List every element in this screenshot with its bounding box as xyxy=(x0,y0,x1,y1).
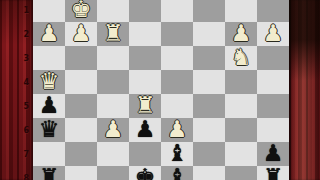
white-king[interactable]: ♚ xyxy=(71,0,92,21)
square-d7[interactable]: ♝ xyxy=(161,142,193,166)
square-h2[interactable]: ♟ xyxy=(33,22,65,46)
square-d3[interactable] xyxy=(161,46,193,70)
square-a8[interactable]: ♜ xyxy=(257,166,289,180)
square-g2[interactable]: ♟ xyxy=(65,22,97,46)
white-pawn[interactable]: ♟ xyxy=(39,21,60,45)
square-e3[interactable] xyxy=(129,46,161,70)
square-f7[interactable] xyxy=(97,142,129,166)
square-d8[interactable]: ♝ xyxy=(161,166,193,180)
square-c4[interactable] xyxy=(193,70,225,94)
square-b8[interactable] xyxy=(225,166,257,180)
square-e4[interactable] xyxy=(129,70,161,94)
square-c2[interactable] xyxy=(193,22,225,46)
white-knight[interactable]: ♞ xyxy=(231,45,252,69)
square-h5[interactable]: ♟ xyxy=(33,94,65,118)
square-g7[interactable] xyxy=(65,142,97,166)
square-e5[interactable]: ♜ xyxy=(129,94,161,118)
square-a1[interactable] xyxy=(257,0,289,22)
square-h3[interactable] xyxy=(33,46,65,70)
rank-label-6: 6 xyxy=(0,118,29,142)
square-d1[interactable] xyxy=(161,0,193,22)
rank-label-7: 7 xyxy=(0,142,29,166)
black-pawn[interactable]: ♟ xyxy=(39,93,60,117)
square-c8[interactable] xyxy=(193,166,225,180)
square-d6[interactable]: ♟ xyxy=(161,118,193,142)
square-a6[interactable] xyxy=(257,118,289,142)
square-f4[interactable] xyxy=(97,70,129,94)
square-e8[interactable]: ♚ xyxy=(129,166,161,180)
rank-label-2: 2 xyxy=(0,22,29,46)
square-g3[interactable] xyxy=(65,46,97,70)
white-pawn[interactable]: ♟ xyxy=(103,117,124,141)
square-b3[interactable]: ♞ xyxy=(225,46,257,70)
black-pawn[interactable]: ♟ xyxy=(135,117,156,141)
square-h7[interactable] xyxy=(33,142,65,166)
square-b2[interactable]: ♟ xyxy=(225,22,257,46)
square-e7[interactable] xyxy=(129,142,161,166)
square-d5[interactable] xyxy=(161,94,193,118)
square-d4[interactable] xyxy=(161,70,193,94)
square-f2[interactable]: ♜ xyxy=(97,22,129,46)
rank-label-5: 5 xyxy=(0,94,29,118)
white-pawn[interactable]: ♟ xyxy=(167,117,188,141)
square-b4[interactable] xyxy=(225,70,257,94)
square-g4[interactable] xyxy=(65,70,97,94)
black-queen[interactable]: ♛ xyxy=(39,117,60,141)
rank-label-8: 8 xyxy=(0,166,29,180)
black-bishop[interactable]: ♝ xyxy=(167,141,188,165)
square-b7[interactable] xyxy=(225,142,257,166)
square-g8[interactable] xyxy=(65,166,97,180)
white-queen[interactable]: ♛ xyxy=(39,69,60,93)
chess-board[interactable]: ♚♟♟♜♟♟♞♛♟♜♛♟♟♟♝♟♜♚♝♜ xyxy=(33,0,289,180)
square-b1[interactable] xyxy=(225,0,257,22)
square-c6[interactable] xyxy=(193,118,225,142)
black-rook[interactable]: ♜ xyxy=(39,165,60,180)
rank-label-3: 3 xyxy=(0,46,29,70)
square-f5[interactable] xyxy=(97,94,129,118)
white-rook[interactable]: ♜ xyxy=(103,21,124,45)
square-h8[interactable]: ♜ xyxy=(33,166,65,180)
square-h1[interactable] xyxy=(33,0,65,22)
white-pawn[interactable]: ♟ xyxy=(231,21,252,45)
square-f3[interactable] xyxy=(97,46,129,70)
white-pawn[interactable]: ♟ xyxy=(263,21,284,45)
square-f1[interactable] xyxy=(97,0,129,22)
square-c1[interactable] xyxy=(193,0,225,22)
black-rook[interactable]: ♜ xyxy=(263,165,284,180)
square-h4[interactable]: ♛ xyxy=(33,70,65,94)
square-a2[interactable]: ♟ xyxy=(257,22,289,46)
square-f8[interactable] xyxy=(97,166,129,180)
black-pawn[interactable]: ♟ xyxy=(263,141,284,165)
square-g1[interactable]: ♚ xyxy=(65,0,97,22)
square-d2[interactable] xyxy=(161,22,193,46)
square-e6[interactable]: ♟ xyxy=(129,118,161,142)
square-c3[interactable] xyxy=(193,46,225,70)
white-rook[interactable]: ♜ xyxy=(135,93,156,117)
wood-border-right xyxy=(289,0,320,180)
square-f6[interactable]: ♟ xyxy=(97,118,129,142)
square-b5[interactable] xyxy=(225,94,257,118)
black-king[interactable]: ♚ xyxy=(135,165,156,180)
square-c7[interactable] xyxy=(193,142,225,166)
square-g6[interactable] xyxy=(65,118,97,142)
white-pawn[interactable]: ♟ xyxy=(71,21,92,45)
square-g5[interactable] xyxy=(65,94,97,118)
square-c5[interactable] xyxy=(193,94,225,118)
square-b6[interactable] xyxy=(225,118,257,142)
square-e2[interactable] xyxy=(129,22,161,46)
square-e1[interactable] xyxy=(129,0,161,22)
rank-label-1: 1 xyxy=(0,0,29,22)
square-h6[interactable]: ♛ xyxy=(33,118,65,142)
square-a4[interactable] xyxy=(257,70,289,94)
chess-app-screen: ♚♟♟♜♟♟♞♛♟♜♛♟♟♟♝♟♜♚♝♜ 12345678 xyxy=(0,0,320,180)
black-bishop[interactable]: ♝ xyxy=(167,165,188,180)
square-a7[interactable]: ♟ xyxy=(257,142,289,166)
rank-label-4: 4 xyxy=(0,70,29,94)
square-a3[interactable] xyxy=(257,46,289,70)
square-a5[interactable] xyxy=(257,94,289,118)
